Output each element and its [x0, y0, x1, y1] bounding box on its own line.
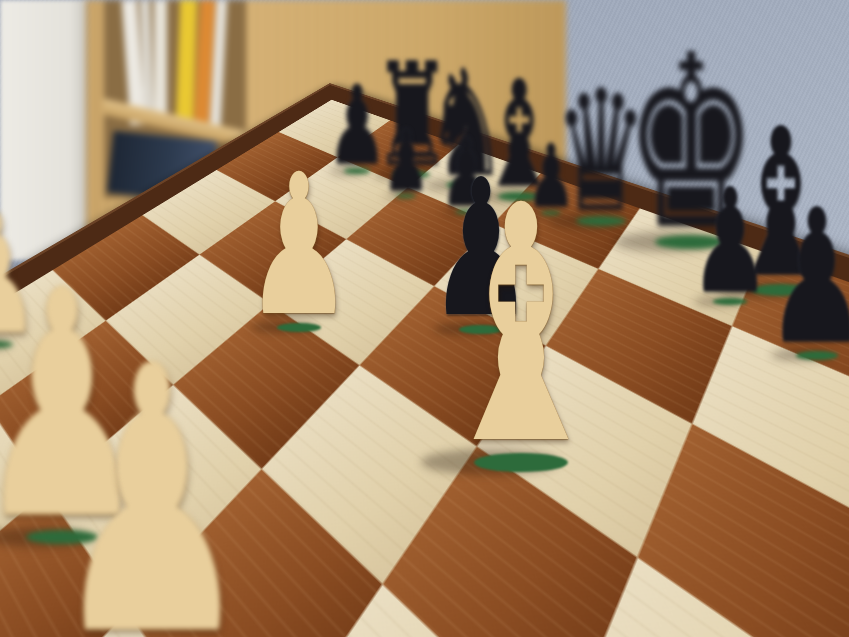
white-bishop-icon: ♝ [430, 163, 611, 489]
piece-white-bishop-e3[interactable]: ♝ [410, 244, 632, 466]
piece-black-pawn-g7[interactable]: ♟ [766, 255, 849, 357]
black-pawn-icon: ♟ [383, 119, 430, 203]
black-pawn-icon: ♟ [690, 169, 770, 313]
white-pawn-icon: ♟ [50, 319, 254, 637]
piece-black-pawn-a7[interactable]: ♟ [383, 151, 429, 197]
black-pawn-icon: ♟ [766, 185, 849, 370]
white-book [154, 0, 167, 124]
piece-white-pawn-b2[interactable]: ♟ [51, 458, 253, 637]
piece-white-pawn-c4[interactable]: ♟ [246, 222, 353, 329]
piece-black-pawn-f7[interactable]: ♟ [691, 224, 770, 303]
white-pawn-icon: ♟ [245, 148, 353, 343]
photo-scene: ♟♜♞♟♝♟♟♛♚♝♟♟♟♟♟♝♟♟ [0, 0, 849, 637]
